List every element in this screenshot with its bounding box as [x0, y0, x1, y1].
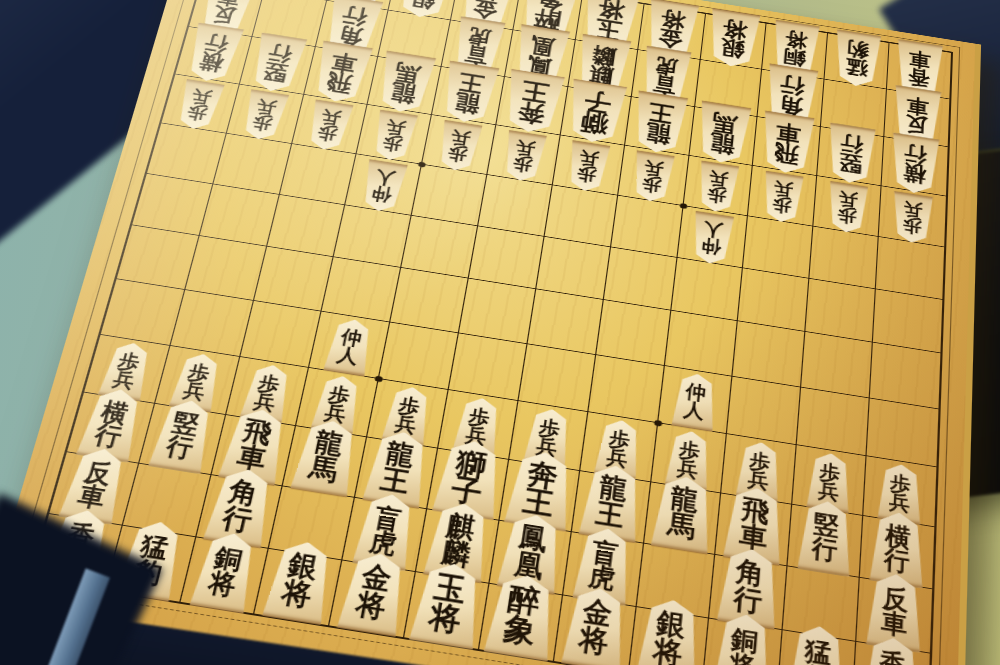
piece-gote-pawn[interactable]: 歩兵 — [891, 191, 935, 246]
piece-kanji: 将 — [660, 8, 686, 31]
piece-sente-go-between[interactable]: 仲人 — [670, 370, 719, 432]
piece-sente-pawn[interactable]: 歩兵 — [167, 350, 225, 413]
piece-kanji: 人 — [703, 221, 724, 240]
piece-gote-pawn[interactable]: 歩兵 — [434, 119, 484, 173]
piece-kanji: 車 — [908, 50, 931, 71]
piece-kanji: 兵 — [449, 129, 471, 147]
piece-kanji: 兵 — [253, 391, 278, 413]
piece-kanji: 行 — [220, 504, 254, 535]
cell-r12c4[interactable]: 銀将 — [255, 549, 343, 625]
piece-kanji: 車 — [738, 522, 768, 552]
piece-kanji: 将 — [597, 0, 626, 21]
piece-kanji: 兵 — [889, 491, 910, 513]
piece-kanji: 将 — [784, 30, 807, 51]
piece-kanji: 馬 — [666, 511, 697, 541]
piece-kanji: 麟 — [591, 44, 618, 67]
piece-kanji: 兵 — [514, 139, 535, 157]
piece-kanji: 馬 — [393, 61, 422, 85]
piece-kanji: 銀 — [409, 0, 437, 11]
piece-gote-ferocious-leopard[interactable]: 猛豹 — [831, 29, 882, 90]
piece-gote-go-between[interactable]: 仲人 — [357, 159, 409, 215]
piece-kanji: 王 — [648, 101, 675, 125]
piece-kanji: 行 — [732, 584, 763, 615]
piece-kanji: 王 — [521, 487, 555, 519]
piece-kanji: 虎 — [587, 563, 616, 591]
piece-kanji: 兵 — [323, 402, 347, 424]
piece-gote-pawn[interactable]: 歩兵 — [368, 109, 419, 163]
piece-kanji: 子 — [583, 89, 613, 115]
piece-kanji: 兵 — [903, 201, 923, 220]
piece-kanji: 兵 — [838, 190, 858, 209]
piece-kanji: 王 — [457, 71, 485, 95]
piece-kanji: 麟 — [440, 538, 473, 569]
piece-sente-pawn[interactable]: 歩兵 — [97, 339, 157, 401]
cell-r12c7[interactable]: 醉象 — [479, 584, 563, 661]
piece-kanji: 王 — [594, 499, 625, 529]
piece-kanji: 象 — [502, 613, 538, 648]
piece-gote-pawn[interactable]: 歩兵 — [238, 89, 291, 143]
piece-kanji: 虎 — [655, 56, 680, 77]
piece-kanji: 兵 — [708, 170, 728, 189]
piece-kanji: 車 — [75, 482, 108, 510]
piece-kanji: 兵 — [394, 413, 418, 435]
piece-gote-pawn[interactable]: 歩兵 — [499, 129, 548, 183]
piece-kanji: 車 — [216, 0, 243, 8]
cell-r10c11[interactable]: 竪行 — [788, 505, 864, 578]
piece-kanji: 将 — [578, 626, 610, 658]
piece-kanji: 行 — [203, 33, 231, 55]
piece-kanji: 行 — [93, 421, 125, 448]
cell-r12c8[interactable]: 金将 — [554, 595, 636, 665]
cell-r12c5[interactable]: 金将 — [330, 561, 416, 638]
piece-kanji: 車 — [329, 51, 358, 75]
piece-gote-vertical-mover[interactable]: 竪行 — [824, 122, 877, 187]
piece-kanji: 将 — [728, 651, 757, 665]
piece-kanji: 将 — [475, 0, 502, 2]
piece-sente-go-between[interactable]: 仲人 — [322, 316, 377, 377]
piece-kanji: 象 — [536, 0, 565, 11]
cell-r12c6[interactable]: 玉将 — [404, 572, 489, 649]
piece-gote-go-between[interactable]: 仲人 — [689, 210, 736, 266]
piece-gote-pawn[interactable]: 歩兵 — [760, 170, 805, 225]
piece-kanji: 行 — [165, 433, 196, 460]
cell-r10c9[interactable]: 龍馬 — [644, 483, 722, 556]
piece-kanji: 人 — [683, 399, 705, 420]
piece-gote-pawn[interactable]: 歩兵 — [564, 140, 612, 194]
piece-kanji: 将 — [280, 579, 315, 611]
piece-kanji: 行 — [884, 546, 911, 574]
piece-kanji: 虎 — [467, 27, 493, 48]
piece-kanji: 王 — [379, 465, 412, 495]
piece-kanji: 兵 — [385, 119, 407, 137]
piece-kanji: 兵 — [182, 380, 207, 401]
piece-kanji: 兵 — [644, 160, 665, 179]
piece-gote-side-mover[interactable]: 横行 — [889, 132, 941, 197]
piece-kanji: 車 — [775, 121, 801, 145]
piece-gote-dragon-king[interactable]: 龍王 — [629, 90, 690, 156]
scene: 香車猛豹銅将銀将金将醉象玉将金将銀将銅将猛豹香車反車角行盲虎鳳凰麒麟盲虎角行反車… — [0, 0, 1000, 665]
piece-kanji: 行 — [779, 74, 805, 97]
piece-gote-pawn[interactable]: 歩兵 — [825, 180, 869, 235]
piece-kanji: 兵 — [818, 480, 840, 502]
piece-kanji: 兵 — [747, 469, 769, 491]
piece-kanji: 虎 — [368, 528, 399, 556]
piece-kanji: 車 — [906, 96, 929, 118]
piece-kanji: 兵 — [320, 109, 342, 127]
piece-kanji: 行 — [904, 144, 927, 166]
piece-kanji: 将 — [354, 591, 388, 623]
piece-kanji: 車 — [235, 443, 269, 473]
piece-kanji: 兵 — [676, 458, 699, 480]
piece-kanji: 子 — [449, 476, 484, 508]
piece-kanji: 香 — [879, 649, 906, 665]
piece-kanji: 兵 — [773, 180, 793, 199]
piece-kanji: 馬 — [307, 454, 340, 484]
cell-r10c4[interactable]: 龍馬 — [283, 426, 367, 498]
piece-gote-pawn[interactable]: 歩兵 — [695, 160, 741, 215]
board-grid: 香車猛豹銅将銀将金将醉象玉将金将銀将銅将猛豹香車反車角行盲虎鳳凰麒麟盲虎角行反車… — [28, 0, 953, 665]
piece-kanji: 車 — [881, 609, 908, 638]
piece-gote-rook[interactable]: 飛車 — [758, 110, 816, 177]
cell-r12c3[interactable]: 銅将 — [180, 537, 269, 613]
piece-kanji: 行 — [840, 134, 864, 156]
piece-kanji: 将 — [652, 638, 684, 665]
piece-gote-pawn[interactable]: 歩兵 — [629, 150, 676, 205]
piece-gote-side-mover[interactable]: 横行 — [182, 22, 246, 85]
piece-kanji: 凰 — [529, 34, 557, 57]
piece-gote-pawn[interactable]: 歩兵 — [303, 99, 355, 153]
piece-kanji: 将 — [427, 602, 463, 637]
piece-kanji: 兵 — [255, 99, 278, 117]
piece-kanji: 兵 — [111, 369, 137, 390]
piece-kanji: 兵 — [579, 150, 600, 169]
piece-kanji: 兵 — [190, 88, 213, 106]
piece-kanji: 兵 — [606, 447, 629, 469]
piece-kanji: 将 — [206, 569, 238, 598]
piece-gote-pawn[interactable]: 歩兵 — [173, 79, 227, 132]
piece-kanji: 豹 — [846, 40, 869, 61]
piece-kanji: 行 — [811, 535, 838, 563]
piece-gote-vertical-mover[interactable]: 竪行 — [246, 32, 309, 95]
piece-kanji: 王 — [519, 79, 549, 105]
piece-kanji: 凰 — [513, 550, 545, 581]
piece-kanji: 馬 — [711, 111, 738, 135]
piece-kanji: 行 — [340, 5, 369, 28]
piece-kanji: 行 — [267, 43, 294, 65]
piece-kanji: 人 — [374, 169, 396, 188]
piece-kanji: 将 — [722, 18, 748, 41]
piece-kanji: 人 — [336, 345, 360, 366]
